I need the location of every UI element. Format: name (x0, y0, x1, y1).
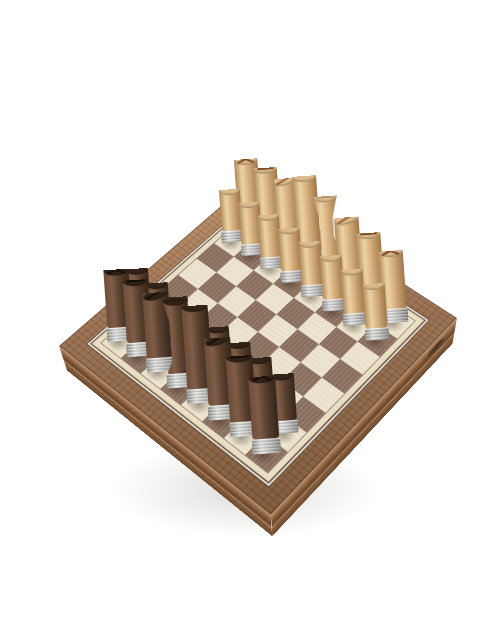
perspective-space (0, 0, 487, 634)
steel-base (251, 438, 281, 455)
chess-board-box (59, 183, 457, 515)
steel-base-rings (251, 438, 281, 455)
product-photo-scene (0, 0, 487, 634)
steel-base-rings (365, 327, 390, 341)
piece-body (248, 375, 279, 439)
queen-top-detail (316, 195, 334, 198)
steel-base (365, 327, 390, 341)
queen-top-detail (165, 298, 184, 301)
camera-roll-wrapper (0, 0, 487, 634)
piece-body (363, 283, 388, 329)
dark-rook-h8 (247, 375, 281, 454)
light-pawn-h2 (362, 283, 390, 341)
